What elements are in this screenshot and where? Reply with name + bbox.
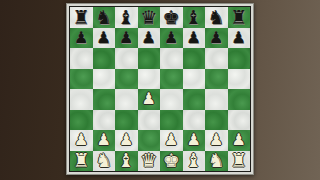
square-h3[interactable] — [228, 110, 251, 131]
square-f5[interactable] — [183, 69, 206, 90]
white-pawn-b2[interactable]: ♟ — [97, 132, 111, 148]
square-h6[interactable] — [228, 48, 251, 69]
square-f4[interactable] — [183, 89, 206, 110]
black-pawn-f7[interactable]: ♟ — [187, 30, 201, 46]
square-g1[interactable]: ♞ — [205, 151, 228, 172]
square-a7[interactable]: ♟ — [70, 28, 93, 49]
white-pawn-d4[interactable]: ♟ — [142, 91, 156, 107]
black-knight-g8[interactable]: ♞ — [208, 8, 225, 27]
square-e5[interactable] — [160, 69, 183, 90]
square-h2[interactable]: ♟ — [228, 130, 251, 151]
square-d2[interactable] — [138, 130, 161, 151]
white-knight-b1[interactable]: ♞ — [95, 151, 112, 170]
square-g2[interactable]: ♟ — [205, 130, 228, 151]
square-g4[interactable] — [205, 89, 228, 110]
square-c4[interactable] — [115, 89, 138, 110]
square-a5[interactable] — [70, 69, 93, 90]
square-g5[interactable] — [205, 69, 228, 90]
square-g7[interactable]: ♟ — [205, 28, 228, 49]
white-queen-d1[interactable]: ♛ — [140, 151, 157, 170]
square-e7[interactable]: ♟ — [160, 28, 183, 49]
black-rook-h8[interactable]: ♜ — [230, 8, 247, 27]
square-a8[interactable]: ♜ — [70, 7, 93, 28]
square-c1[interactable]: ♝ — [115, 151, 138, 172]
white-king-e1[interactable]: ♚ — [163, 151, 180, 170]
black-rook-a8[interactable]: ♜ — [73, 8, 90, 27]
square-a6[interactable] — [70, 48, 93, 69]
chess-board-frame: ♜♞♝♛♚♝♞♜♟♟♟♟♟♟♟♟♟♟♟♟♟♟♟♟♜♞♝♛♚♝♞♜ — [66, 3, 254, 175]
square-d1[interactable]: ♛ — [138, 151, 161, 172]
black-pawn-b7[interactable]: ♟ — [97, 30, 111, 46]
black-bishop-f8[interactable]: ♝ — [185, 8, 202, 27]
square-h1[interactable]: ♜ — [228, 151, 251, 172]
black-king-e8[interactable]: ♚ — [163, 8, 180, 27]
black-pawn-e7[interactable]: ♟ — [164, 30, 178, 46]
square-b4[interactable] — [93, 89, 116, 110]
white-pawn-g2[interactable]: ♟ — [209, 132, 223, 148]
black-queen-d8[interactable]: ♛ — [140, 8, 157, 27]
square-h8[interactable]: ♜ — [228, 7, 251, 28]
square-d8[interactable]: ♛ — [138, 7, 161, 28]
square-d3[interactable] — [138, 110, 161, 131]
square-a3[interactable] — [70, 110, 93, 131]
white-bishop-c1[interactable]: ♝ — [118, 151, 135, 170]
square-d4[interactable]: ♟ — [138, 89, 161, 110]
square-f2[interactable]: ♟ — [183, 130, 206, 151]
square-g3[interactable] — [205, 110, 228, 131]
square-h7[interactable]: ♟ — [228, 28, 251, 49]
square-d7[interactable]: ♟ — [138, 28, 161, 49]
square-d6[interactable] — [138, 48, 161, 69]
square-h4[interactable] — [228, 89, 251, 110]
square-e2[interactable]: ♟ — [160, 130, 183, 151]
square-c6[interactable] — [115, 48, 138, 69]
white-rook-a1[interactable]: ♜ — [73, 151, 90, 170]
white-rook-h1[interactable]: ♜ — [230, 151, 247, 170]
square-b6[interactable] — [93, 48, 116, 69]
white-pawn-f2[interactable]: ♟ — [187, 132, 201, 148]
square-g6[interactable] — [205, 48, 228, 69]
black-bishop-c8[interactable]: ♝ — [118, 8, 135, 27]
black-pawn-d7[interactable]: ♟ — [142, 30, 156, 46]
square-c7[interactable]: ♟ — [115, 28, 138, 49]
square-d5[interactable] — [138, 69, 161, 90]
square-e3[interactable] — [160, 110, 183, 131]
square-b3[interactable] — [93, 110, 116, 131]
square-h5[interactable] — [228, 69, 251, 90]
square-b8[interactable]: ♞ — [93, 7, 116, 28]
square-f8[interactable]: ♝ — [183, 7, 206, 28]
square-e6[interactable] — [160, 48, 183, 69]
white-pawn-h2[interactable]: ♟ — [232, 132, 246, 148]
black-pawn-g7[interactable]: ♟ — [209, 30, 223, 46]
square-f1[interactable]: ♝ — [183, 151, 206, 172]
square-c5[interactable] — [115, 69, 138, 90]
square-f3[interactable] — [183, 110, 206, 131]
square-b1[interactable]: ♞ — [93, 151, 116, 172]
black-pawn-h7[interactable]: ♟ — [232, 30, 246, 46]
white-pawn-e2[interactable]: ♟ — [164, 132, 178, 148]
black-knight-b8[interactable]: ♞ — [95, 8, 112, 27]
square-e4[interactable] — [160, 89, 183, 110]
square-f7[interactable]: ♟ — [183, 28, 206, 49]
square-c8[interactable]: ♝ — [115, 7, 138, 28]
square-g8[interactable]: ♞ — [205, 7, 228, 28]
white-knight-g1[interactable]: ♞ — [208, 151, 225, 170]
square-b5[interactable] — [93, 69, 116, 90]
square-a2[interactable]: ♟ — [70, 130, 93, 151]
square-f6[interactable] — [183, 48, 206, 69]
square-b2[interactable]: ♟ — [93, 130, 116, 151]
white-pawn-a2[interactable]: ♟ — [74, 132, 88, 148]
square-a4[interactable] — [70, 89, 93, 110]
square-e1[interactable]: ♚ — [160, 151, 183, 172]
square-a1[interactable]: ♜ — [70, 151, 93, 172]
photo-background: ♜♞♝♛♚♝♞♜♟♟♟♟♟♟♟♟♟♟♟♟♟♟♟♟♜♞♝♛♚♝♞♜ — [0, 0, 320, 180]
square-c3[interactable] — [115, 110, 138, 131]
chess-board: ♜♞♝♛♚♝♞♜♟♟♟♟♟♟♟♟♟♟♟♟♟♟♟♟♜♞♝♛♚♝♞♜ — [69, 6, 251, 172]
black-pawn-a7[interactable]: ♟ — [74, 30, 88, 46]
square-e8[interactable]: ♚ — [160, 7, 183, 28]
square-b7[interactable]: ♟ — [93, 28, 116, 49]
square-c2[interactable]: ♟ — [115, 130, 138, 151]
white-bishop-f1[interactable]: ♝ — [185, 151, 202, 170]
black-pawn-c7[interactable]: ♟ — [119, 30, 133, 46]
white-pawn-c2[interactable]: ♟ — [119, 132, 133, 148]
